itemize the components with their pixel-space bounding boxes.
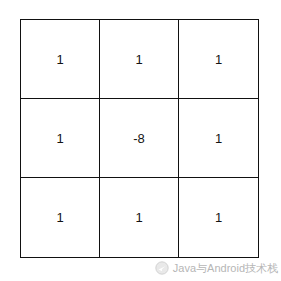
watermark-text: Java与Android技术栈 [173,263,278,274]
grid-cell-r1c1: -8 [100,99,179,178]
grid-cell-r0c1: 1 [100,20,179,99]
wechat-logo-icon [155,261,169,275]
grid-cell-r1c0: 1 [21,99,100,178]
watermark: Java与Android技术栈 [155,261,278,275]
grid-cell-r0c2: 1 [179,20,258,99]
grid-cell-r2c1: 1 [100,178,179,257]
grid-cell-r1c2: 1 [179,99,258,178]
grid-cell-r2c2: 1 [179,178,258,257]
kernel-grid: 1 1 1 1 -8 1 1 1 1 [20,19,259,258]
grid-cell-r2c0: 1 [21,178,100,257]
grid-cell-r0c0: 1 [21,20,100,99]
page: 1 1 1 1 -8 1 1 1 1 Java与Android技术栈 [0,0,281,281]
